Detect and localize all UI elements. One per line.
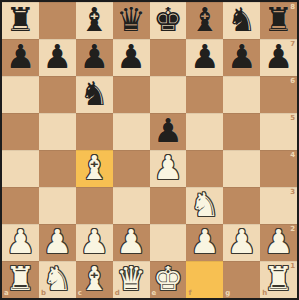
black-pawn-piece: ♟ — [264, 40, 294, 73]
square-c3[interactable] — [76, 187, 113, 224]
square-g3[interactable] — [223, 187, 260, 224]
square-d8[interactable]: ♛ — [113, 2, 150, 39]
square-d6[interactable] — [113, 76, 150, 113]
square-g4[interactable] — [223, 150, 260, 187]
white-knight-piece: ♞ — [43, 262, 73, 295]
white-pawn-piece: ♟ — [43, 225, 73, 258]
file-label-g: g — [225, 290, 230, 297]
black-rook-piece: ♜ — [264, 3, 294, 36]
square-a6[interactable] — [2, 76, 39, 113]
rank-label-5: 5 — [290, 115, 295, 122]
square-a5[interactable] — [2, 113, 39, 150]
white-rook-piece: ♜ — [264, 262, 294, 295]
square-c7[interactable]: ♟ — [76, 39, 113, 76]
rank-label-7: 7 — [290, 41, 295, 48]
square-a2[interactable]: ♟ — [2, 224, 39, 261]
black-queen-piece: ♛ — [116, 3, 146, 36]
black-pawn-piece: ♟ — [116, 40, 146, 73]
file-label-h: h — [262, 290, 267, 297]
square-f4[interactable] — [186, 150, 223, 187]
square-a7[interactable]: ♟ — [2, 39, 39, 76]
square-e6[interactable] — [150, 76, 187, 113]
square-h5[interactable]: 5 — [260, 113, 297, 150]
square-e8[interactable]: ♚ — [150, 2, 187, 39]
square-c2[interactable]: ♟ — [76, 224, 113, 261]
white-pawn-piece: ♟ — [116, 225, 146, 258]
rank-label-1: 1 — [290, 263, 295, 270]
white-pawn-piece: ♟ — [264, 225, 294, 258]
square-a4[interactable] — [2, 150, 39, 187]
rank-label-2: 2 — [290, 226, 295, 233]
white-knight-piece: ♞ — [190, 188, 220, 221]
square-b3[interactable] — [39, 187, 76, 224]
file-label-d: d — [115, 290, 120, 297]
square-f7[interactable]: ♟ — [186, 39, 223, 76]
white-pawn-piece: ♟ — [79, 225, 109, 258]
black-bishop-piece: ♝ — [79, 3, 109, 36]
black-pawn-piece: ♟ — [79, 40, 109, 73]
square-b8[interactable] — [39, 2, 76, 39]
square-g7[interactable]: ♟ — [223, 39, 260, 76]
square-d1[interactable]: ♛d — [113, 261, 150, 298]
square-h1[interactable]: ♜h1 — [260, 261, 297, 298]
square-b1[interactable]: ♞b — [39, 261, 76, 298]
square-h2[interactable]: ♟2 — [260, 224, 297, 261]
square-d2[interactable]: ♟ — [113, 224, 150, 261]
square-e1[interactable]: ♚e — [150, 261, 187, 298]
square-e2[interactable] — [150, 224, 187, 261]
file-label-f: f — [188, 290, 191, 297]
square-d4[interactable] — [113, 150, 150, 187]
square-d5[interactable] — [113, 113, 150, 150]
black-knight-piece: ♞ — [79, 77, 109, 110]
square-c4[interactable]: ♝ — [76, 150, 113, 187]
square-g6[interactable] — [223, 76, 260, 113]
square-f1[interactable]: f — [186, 261, 223, 298]
square-b5[interactable] — [39, 113, 76, 150]
rank-label-8: 8 — [290, 4, 295, 11]
square-h4[interactable]: 4 — [260, 150, 297, 187]
black-pawn-piece: ♟ — [43, 40, 73, 73]
square-f6[interactable] — [186, 76, 223, 113]
square-e3[interactable] — [150, 187, 187, 224]
square-c5[interactable] — [76, 113, 113, 150]
white-pawn-piece: ♟ — [190, 225, 220, 258]
square-c6[interactable]: ♞ — [76, 76, 113, 113]
square-f8[interactable]: ♝ — [186, 2, 223, 39]
square-e7[interactable] — [150, 39, 187, 76]
square-g1[interactable]: g — [223, 261, 260, 298]
square-a8[interactable]: ♜ — [2, 2, 39, 39]
file-label-a: a — [4, 290, 9, 297]
square-b7[interactable]: ♟ — [39, 39, 76, 76]
rank-label-4: 4 — [290, 152, 295, 159]
square-d3[interactable] — [113, 187, 150, 224]
square-b2[interactable]: ♟ — [39, 224, 76, 261]
file-label-e: e — [152, 290, 157, 297]
white-bishop-piece: ♝ — [79, 262, 109, 295]
black-knight-piece: ♞ — [227, 3, 257, 36]
white-rook-piece: ♜ — [6, 262, 36, 295]
square-a1[interactable]: ♜a — [2, 261, 39, 298]
square-c1[interactable]: ♝c — [76, 261, 113, 298]
square-g5[interactable] — [223, 113, 260, 150]
square-f3[interactable]: ♞ — [186, 187, 223, 224]
square-h6[interactable]: 6 — [260, 76, 297, 113]
square-b6[interactable] — [39, 76, 76, 113]
black-pawn-piece: ♟ — [190, 40, 220, 73]
square-h3[interactable]: 3 — [260, 187, 297, 224]
square-f2[interactable]: ♟ — [186, 224, 223, 261]
black-pawn-piece: ♟ — [6, 40, 36, 73]
rank-label-3: 3 — [290, 189, 295, 196]
black-bishop-piece: ♝ — [190, 3, 220, 36]
rank-label-6: 6 — [290, 78, 295, 85]
square-h8[interactable]: ♜8 — [260, 2, 297, 39]
white-pawn-piece: ♟ — [153, 151, 183, 184]
white-pawn-piece: ♟ — [6, 225, 36, 258]
square-g8[interactable]: ♞ — [223, 2, 260, 39]
black-rook-piece: ♜ — [6, 3, 36, 36]
square-a3[interactable] — [2, 187, 39, 224]
square-c8[interactable]: ♝ — [76, 2, 113, 39]
square-b4[interactable] — [39, 150, 76, 187]
file-label-c: c — [78, 290, 82, 297]
white-bishop-piece: ♝ — [79, 151, 109, 184]
black-pawn-piece: ♟ — [153, 114, 183, 147]
square-f5[interactable] — [186, 113, 223, 150]
square-e5[interactable]: ♟ — [150, 113, 187, 150]
white-queen-piece: ♛ — [116, 262, 146, 295]
square-g2[interactable]: ♟ — [223, 224, 260, 261]
square-h7[interactable]: ♟7 — [260, 39, 297, 76]
white-pawn-piece: ♟ — [227, 225, 257, 258]
square-d7[interactable]: ♟ — [113, 39, 150, 76]
chess-board: ♜♝♛♚♝♞♜8♟♟♟♟♟♟♟7♞6♟5♝♟4♞3♟♟♟♟♟♟♟2♜a♞b♝c♛… — [2, 2, 297, 298]
black-pawn-piece: ♟ — [227, 40, 257, 73]
white-king-piece: ♚ — [153, 262, 183, 295]
square-e4[interactable]: ♟ — [150, 150, 187, 187]
board-frame: ♜♝♛♚♝♞♜8♟♟♟♟♟♟♟7♞6♟5♝♟4♞3♟♟♟♟♟♟♟2♜a♞b♝c♛… — [0, 0, 299, 300]
black-king-piece: ♚ — [153, 3, 183, 36]
file-label-b: b — [41, 290, 46, 297]
